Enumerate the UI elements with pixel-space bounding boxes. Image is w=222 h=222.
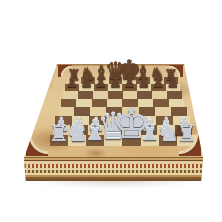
- piece-black-pawn-c7[interactable]: ♟: [95, 76, 107, 90]
- chess-board: ♜♞♝♛♚♝♞♜♟♟♟♟♟♟♟♟♟♟♟♟♟♟♟♟♜♞♝♛♚♝♞♜♟: [0, 0, 222, 222]
- piece-black-pawn-g7[interactable]: ♟: [152, 76, 164, 90]
- piece-black-pawn-d7[interactable]: ♟: [109, 76, 121, 90]
- product-photo: ♜♞♝♛♚♝♞♜♟♟♟♟♟♟♟♟♟♟♟♟♟♟♟♟♜♞♝♛♚♝♞♜♟: [0, 0, 222, 222]
- piece-black-pawn-b7[interactable]: ♟: [80, 76, 92, 90]
- pieces-layer: ♜♞♝♛♚♝♞♜♟♟♟♟♟♟♟♟♟♟♟♟♟♟♟♟♜♞♝♛♚♝♞♜♟: [0, 0, 222, 222]
- piece-black-pawn-e7[interactable]: ♟: [124, 76, 136, 90]
- piece-black-pawn-h7[interactable]: ♟: [167, 76, 179, 90]
- piece-black-pawn-f7[interactable]: ♟: [138, 76, 150, 90]
- piece-black-pawn-stray[interactable]: ♟: [173, 124, 185, 137]
- piece-black-pawn-a7[interactable]: ♟: [66, 76, 78, 90]
